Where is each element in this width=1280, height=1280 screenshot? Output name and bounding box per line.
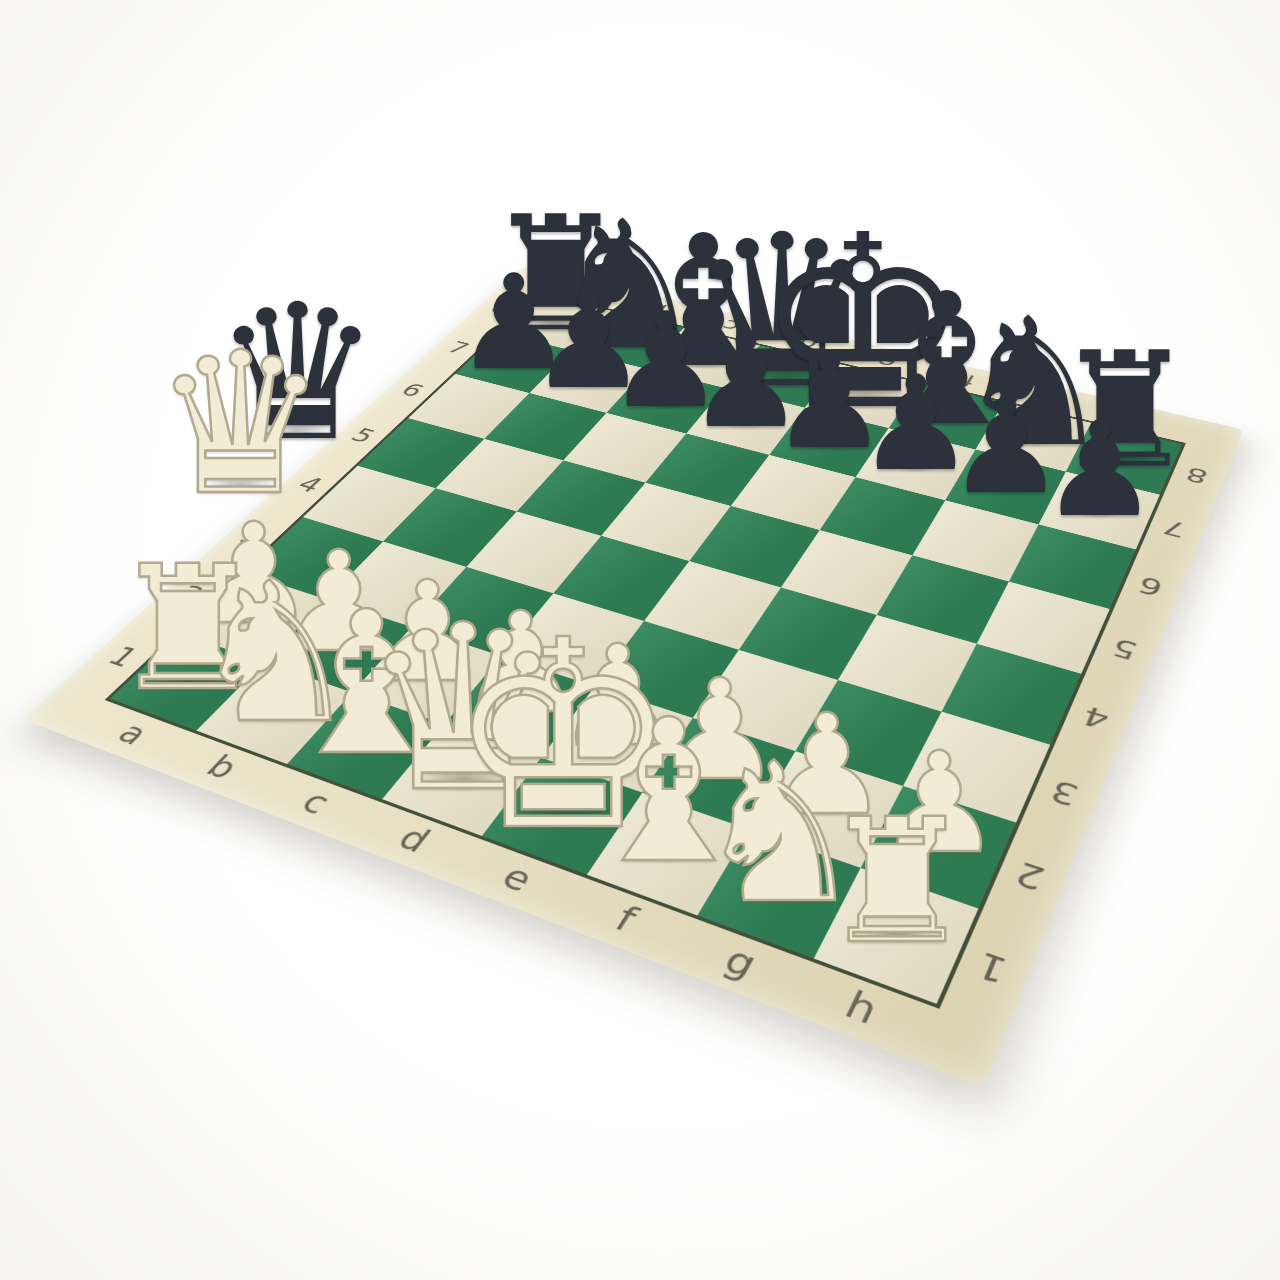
coord-file-f-top: f [959,372,979,389]
coord-rank-5-left: 5 [346,426,380,447]
coord-file-d-bottom: d [392,822,436,858]
coord-rank-1-right: 1 [971,946,1012,989]
coord-file-h-bottom: h [840,986,883,1030]
coord-file-e-top: e [873,352,900,370]
coord-rank-8-right: 8 [1183,464,1211,486]
brand-logo-dot [603,291,623,301]
coord-rank-5-right: 5 [1108,634,1140,663]
chess-board-mat: aabbccddeeffgghh8877665544332211 [23,266,1244,1088]
product-photo-scene: aabbccddeeffgghh8877665544332211 ♜♞♝♛♚♝♞… [0,0,1280,1280]
coord-rank-2-left: 2 [171,582,211,608]
coord-rank-7-right: 7 [1160,516,1189,540]
coord-rank-1-left: 1 [102,643,144,672]
coord-rank-4-left: 4 [292,474,327,496]
coord-file-a-bottom: a [111,718,154,749]
coord-rank-8-left: 8 [486,300,515,317]
coord-rank-3-left: 3 [234,526,271,550]
coord-file-g-bottom: g [718,942,762,984]
coord-file-b-top: b [643,300,671,317]
coord-file-g-top: g [1040,390,1067,410]
coord-rank-3-right: 3 [1047,775,1083,810]
coord-rank-4-right: 4 [1079,702,1113,734]
coord-file-e-bottom: e [495,860,538,898]
coord-rank-6-left: 6 [396,381,428,400]
coord-file-c-top: c [718,317,744,334]
coord-file-h-top: h [1129,410,1156,430]
coord-file-c-bottom: c [295,786,336,820]
brand-logo-bar [559,286,605,298]
coord-rank-2-right: 2 [1011,856,1049,894]
coord-rank-7-left: 7 [443,339,474,357]
coord-file-b-bottom: b [200,751,244,784]
coord-rank-6-right: 6 [1135,573,1166,599]
coord-file-f-bottom: f [609,901,642,937]
coord-file-d-top: d [793,334,821,352]
